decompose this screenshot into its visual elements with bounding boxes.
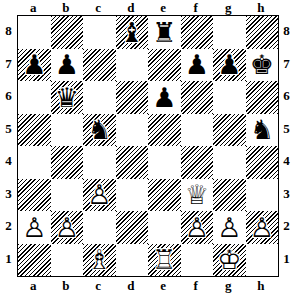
file-label-e: e: [147, 0, 180, 15]
file-label-c: c: [82, 277, 115, 295]
square-h5[interactable]: ♞♞: [246, 114, 279, 147]
square-e8[interactable]: ♜♜: [148, 16, 181, 49]
square-e4[interactable]: [148, 146, 181, 179]
square-h4[interactable]: [246, 146, 279, 179]
square-f3[interactable]: ♛♕: [181, 179, 214, 212]
black-knight-icon[interactable]: ♞♞: [83, 114, 116, 147]
rank-label-8: 8: [278, 15, 295, 48]
square-d5[interactable]: [116, 114, 149, 147]
square-f4[interactable]: [181, 146, 214, 179]
white-bishop-icon[interactable]: ♝♗: [83, 244, 116, 277]
black-pawn-icon[interactable]: ♟♟: [51, 49, 84, 82]
file-label-f: f: [180, 0, 213, 15]
black-knight-icon[interactable]: ♞♞: [246, 114, 279, 147]
pawn-glyph: ♙: [213, 211, 246, 244]
king-glyph: ♔: [213, 244, 246, 277]
file-label-c: c: [82, 0, 115, 15]
square-g8[interactable]: [213, 16, 246, 49]
square-g4[interactable]: [213, 146, 246, 179]
rank-label-7: 7: [0, 48, 17, 81]
square-a2[interactable]: ♟♙: [18, 211, 51, 244]
rank-labels-left: 87654321: [0, 15, 17, 275]
white-pawn-icon[interactable]: ♟♙: [213, 211, 246, 244]
square-g3[interactable]: [213, 179, 246, 212]
rank-label-1: 1: [0, 243, 17, 276]
rank-label-1: 1: [278, 243, 295, 276]
pawn-glyph: ♙: [246, 211, 279, 244]
white-pawn-icon[interactable]: ♟♙: [83, 179, 116, 212]
chess-diagram: abcdefgh 87654321 87654321 abcdefgh ♝♝♜♜…: [0, 0, 295, 295]
white-pawn-icon[interactable]: ♟♙: [181, 211, 214, 244]
square-d3[interactable]: [116, 179, 149, 212]
rank-label-3: 3: [0, 178, 17, 211]
square-b8[interactable]: [51, 16, 84, 49]
rook-glyph: ♖: [148, 244, 181, 277]
black-king-icon[interactable]: ♚♚: [246, 49, 279, 82]
rank-labels-right: 87654321: [278, 15, 295, 275]
square-b7[interactable]: ♟♟: [51, 49, 84, 82]
white-pawn-icon[interactable]: ♟♙: [51, 211, 84, 244]
rank-label-8: 8: [0, 15, 17, 48]
square-b3[interactable]: [51, 179, 84, 212]
white-pawn-icon[interactable]: ♟♙: [18, 211, 51, 244]
bishop-glyph: ♝: [116, 16, 149, 49]
black-pawn-icon[interactable]: ♟♟: [18, 49, 51, 82]
square-c7[interactable]: [83, 49, 116, 82]
pawn-glyph: ♟: [18, 49, 51, 82]
square-g7[interactable]: ♟♟: [213, 49, 246, 82]
square-c8[interactable]: [83, 16, 116, 49]
rank-label-5: 5: [278, 113, 295, 146]
rank-label-3: 3: [278, 178, 295, 211]
square-c6[interactable]: [83, 81, 116, 114]
square-h3[interactable]: [246, 179, 279, 212]
square-d7[interactable]: [116, 49, 149, 82]
pawn-glyph: ♙: [18, 211, 51, 244]
square-f6[interactable]: [181, 81, 214, 114]
pawn-glyph: ♟: [213, 49, 246, 82]
white-queen-icon[interactable]: ♛♕: [181, 179, 214, 212]
rook-glyph: ♜: [148, 16, 181, 49]
file-label-g: g: [212, 0, 245, 15]
square-g2[interactable]: ♟♙: [213, 211, 246, 244]
square-c5[interactable]: ♞♞: [83, 114, 116, 147]
file-label-h: h: [245, 0, 278, 15]
square-f7[interactable]: ♟♟: [181, 49, 214, 82]
square-a3[interactable]: [18, 179, 51, 212]
square-c4[interactable]: [83, 146, 116, 179]
square-a1[interactable]: [18, 244, 51, 277]
rank-label-6: 6: [278, 80, 295, 113]
rank-label-7: 7: [278, 48, 295, 81]
pawn-glyph: ♟: [51, 49, 84, 82]
black-queen-icon[interactable]: ♛♛: [51, 81, 84, 114]
rank-label-4: 4: [0, 145, 17, 178]
rank-label-2: 2: [278, 210, 295, 243]
file-label-g: g: [212, 277, 245, 295]
rank-label-5: 5: [0, 113, 17, 146]
file-label-d: d: [115, 277, 148, 295]
file-label-h: h: [245, 277, 278, 295]
file-label-b: b: [50, 0, 83, 15]
file-label-d: d: [115, 0, 148, 15]
black-rook-icon[interactable]: ♜♜: [148, 16, 181, 49]
square-e6[interactable]: ♟♟: [148, 81, 181, 114]
square-f8[interactable]: [181, 16, 214, 49]
square-a7[interactable]: ♟♟: [18, 49, 51, 82]
square-f2[interactable]: ♟♙: [181, 211, 214, 244]
square-b6[interactable]: ♛♛: [51, 81, 84, 114]
square-f5[interactable]: [181, 114, 214, 147]
rank-label-4: 4: [278, 145, 295, 178]
file-label-a: a: [17, 0, 50, 15]
knight-glyph: ♞: [83, 114, 116, 147]
pawn-glyph: ♙: [83, 179, 116, 212]
file-labels-bottom: abcdefgh: [17, 277, 277, 295]
pawn-glyph: ♙: [181, 211, 214, 244]
rank-label-2: 2: [0, 210, 17, 243]
white-rook-icon[interactable]: ♜♖: [148, 244, 181, 277]
black-bishop-icon[interactable]: ♝♝: [116, 16, 149, 49]
pawn-glyph: ♙: [51, 211, 84, 244]
white-pawn-icon[interactable]: ♟♙: [246, 211, 279, 244]
square-c3[interactable]: ♟♙: [83, 179, 116, 212]
white-king-icon[interactable]: ♚♔: [213, 244, 246, 277]
square-h8[interactable]: [246, 16, 279, 49]
square-b1[interactable]: [51, 244, 84, 277]
square-d2[interactable]: [116, 211, 149, 244]
square-c2[interactable]: [83, 211, 116, 244]
square-d1[interactable]: [116, 244, 149, 277]
knight-glyph: ♞: [246, 114, 279, 147]
bishop-glyph: ♗: [83, 244, 116, 277]
square-h6[interactable]: [246, 81, 279, 114]
pawn-glyph: ♟: [148, 81, 181, 114]
square-c1[interactable]: ♝♗: [83, 244, 116, 277]
square-g1[interactable]: ♚♔: [213, 244, 246, 277]
square-h1[interactable]: [246, 244, 279, 277]
square-g5[interactable]: [213, 114, 246, 147]
file-label-a: a: [17, 277, 50, 295]
black-pawn-icon[interactable]: ♟♟: [213, 49, 246, 82]
square-e7[interactable]: [148, 49, 181, 82]
square-b5[interactable]: [51, 114, 84, 147]
file-labels-top: abcdefgh: [17, 0, 277, 15]
square-d4[interactable]: [116, 146, 149, 179]
square-b2[interactable]: ♟♙: [51, 211, 84, 244]
square-h2[interactable]: ♟♙: [246, 211, 279, 244]
file-label-b: b: [50, 277, 83, 295]
square-e3[interactable]: [148, 179, 181, 212]
square-f1[interactable]: [181, 244, 214, 277]
pawn-glyph: ♟: [181, 49, 214, 82]
chess-board: ♝♝♜♜♟♟♟♟♟♟♟♟♚♚♛♛♟♟♞♞♞♞♟♙♛♕♟♙♟♙♟♙♟♙♟♙♝♗♜♖…: [17, 15, 279, 277]
file-label-f: f: [180, 277, 213, 295]
square-e1[interactable]: ♜♖: [148, 244, 181, 277]
queen-glyph: ♛: [51, 81, 84, 114]
file-label-e: e: [147, 277, 180, 295]
queen-glyph: ♕: [181, 179, 214, 212]
square-e5[interactable]: [148, 114, 181, 147]
square-e2[interactable]: [148, 211, 181, 244]
square-a4[interactable]: [18, 146, 51, 179]
square-d8[interactable]: ♝♝: [116, 16, 149, 49]
black-pawn-icon[interactable]: ♟♟: [148, 81, 181, 114]
square-d6[interactable]: [116, 81, 149, 114]
square-h7[interactable]: ♚♚: [246, 49, 279, 82]
black-pawn-icon[interactable]: ♟♟: [181, 49, 214, 82]
square-a8[interactable]: [18, 16, 51, 49]
square-a5[interactable]: [18, 114, 51, 147]
square-b4[interactable]: [51, 146, 84, 179]
square-g6[interactable]: [213, 81, 246, 114]
rank-label-6: 6: [0, 80, 17, 113]
king-glyph: ♚: [246, 49, 279, 82]
square-a6[interactable]: [18, 81, 51, 114]
